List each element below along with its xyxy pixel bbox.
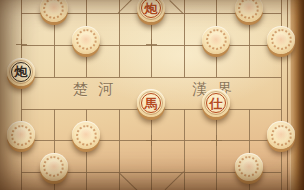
piece-face-down[interactable] [267, 121, 295, 149]
point-marker [16, 39, 27, 50]
piece-face-down[interactable] [267, 26, 295, 54]
point-marker [211, 135, 222, 146]
piece-face-down[interactable] [40, 0, 68, 22]
piece-character: 炮 [145, 2, 158, 15]
piece-face-down[interactable] [72, 121, 100, 149]
piece-face-down[interactable] [235, 153, 263, 181]
piece-character: 仕 [210, 97, 223, 110]
piece-face-down[interactable] [202, 26, 230, 54]
pieces-layer: 炮炮馬仕 [5, 0, 298, 188]
piece-character: 馬 [145, 97, 158, 110]
piece-red-advisor[interactable]: 仕 [202, 89, 230, 117]
piece-red-cannon[interactable]: 炮 [137, 0, 165, 22]
point-marker [146, 135, 157, 146]
xiangqi-board: 楚河 漢界 炮炮馬仕 [0, 0, 304, 190]
piece-face-down[interactable] [235, 0, 263, 22]
point-marker [146, 39, 157, 50]
piece-black-cannon[interactable]: 炮 [7, 58, 35, 86]
piece-face-down[interactable] [72, 26, 100, 54]
piece-character: 炮 [15, 65, 28, 78]
piece-red-horse[interactable]: 馬 [137, 89, 165, 117]
piece-face-down[interactable] [7, 121, 35, 149]
piece-face-down[interactable] [40, 153, 68, 181]
